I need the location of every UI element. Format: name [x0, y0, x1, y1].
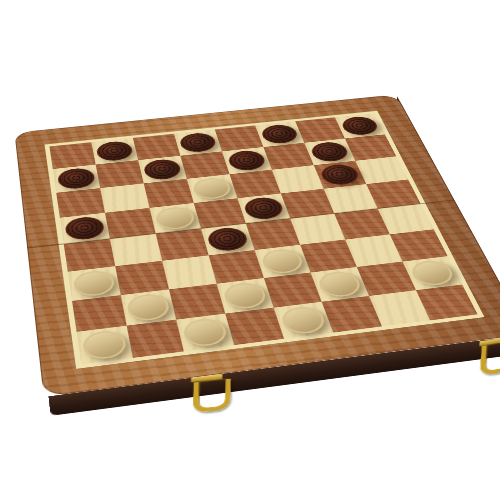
square-c1[interactable]: [176, 314, 234, 352]
brass-clasp-right-icon[interactable]: [480, 340, 500, 376]
square-a1[interactable]: [77, 326, 133, 365]
dark-checker-f8[interactable]: [259, 124, 300, 145]
light-checker-top: [191, 177, 233, 201]
dark-checker-top: [178, 132, 218, 154]
dark-checker-top: [142, 158, 182, 181]
dark-checker-b8[interactable]: [95, 140, 134, 162]
dark-checker-top: [242, 196, 286, 221]
dark-checker-top: [259, 124, 300, 145]
dark-checker-e5[interactable]: [242, 196, 286, 221]
light-checker-d6[interactable]: [191, 177, 233, 201]
dark-checker-top: [226, 149, 267, 171]
light-checker-top: [154, 206, 196, 231]
dark-checker-a7[interactable]: [57, 167, 96, 190]
square-a8[interactable]: [49, 142, 95, 169]
light-checker-c5[interactable]: [154, 206, 196, 231]
product-photo-scene: [0, 0, 500, 500]
checkers-board: [14, 95, 500, 397]
dark-checker-e7[interactable]: [226, 149, 267, 171]
dark-checker-top: [57, 167, 96, 190]
dark-checker-c7[interactable]: [142, 158, 182, 181]
brass-clasp-left-icon[interactable]: [193, 378, 231, 413]
dark-checker-d8[interactable]: [178, 132, 218, 154]
dark-checker-top: [95, 140, 134, 162]
square-b1[interactable]: [127, 320, 184, 358]
